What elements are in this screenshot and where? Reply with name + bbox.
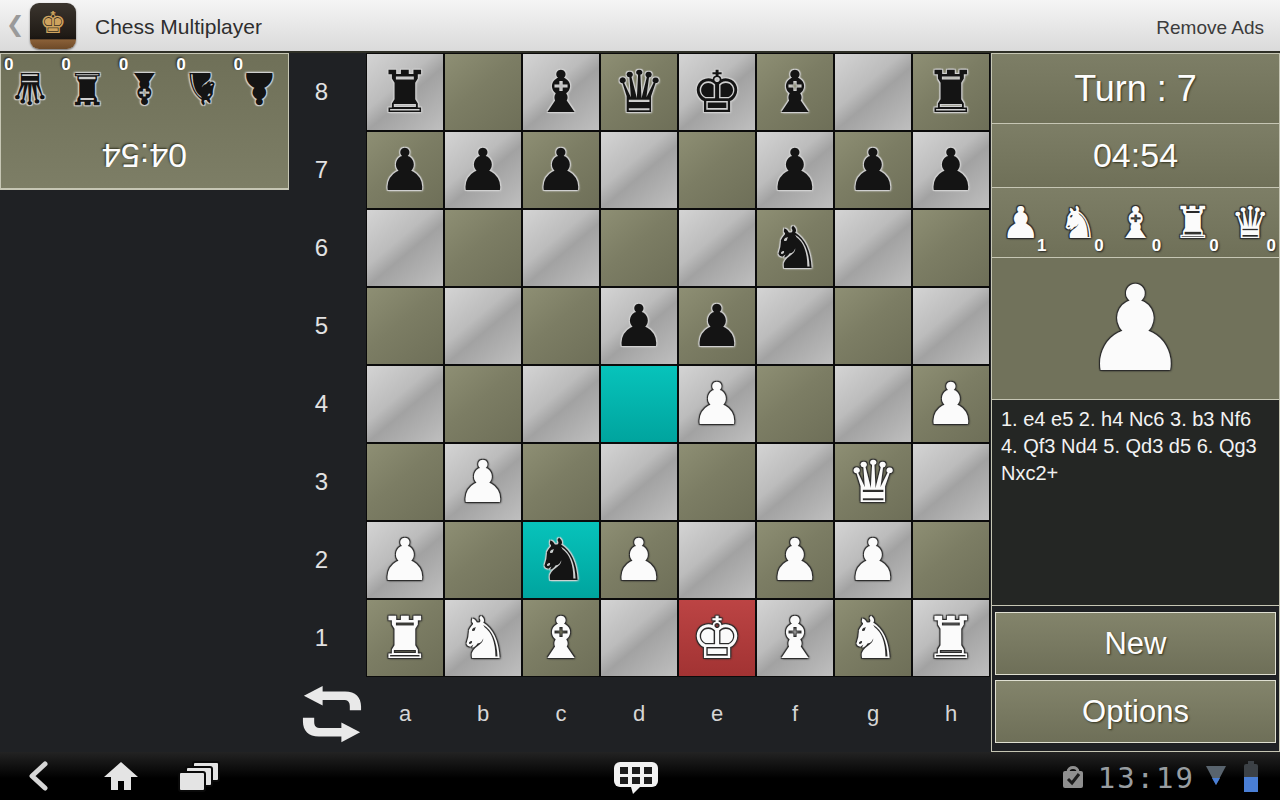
captured-slot-pawn: ♟1 bbox=[992, 188, 1049, 257]
square-d6[interactable] bbox=[601, 210, 677, 286]
piece-white-pawn-f2[interactable]: ♟ bbox=[769, 531, 821, 589]
captured-count: 0 bbox=[119, 53, 128, 73]
captured-queen-icon: ♛ bbox=[1231, 201, 1270, 245]
rank-labels: 87654321 bbox=[290, 53, 340, 677]
square-b3[interactable]: ♟ bbox=[445, 444, 521, 520]
file-label-h: h bbox=[912, 677, 990, 751]
piece-white-pawn-h4[interactable]: ♟ bbox=[925, 375, 977, 433]
piece-black-queen-d8[interactable]: ♛ bbox=[613, 63, 665, 121]
move-list: 1. e4 e5 2. h4 Nc6 3. b3 Nf6 4. Qf3 Nd4 … bbox=[992, 400, 1279, 606]
captured-knight-icon: ♞ bbox=[182, 66, 221, 110]
square-f3[interactable] bbox=[757, 444, 833, 520]
square-b5[interactable] bbox=[445, 288, 521, 364]
player-captured-row: ♟1♞0♝0♜0♛0 bbox=[992, 188, 1279, 257]
app-icon: ♚ bbox=[30, 3, 76, 49]
square-h4[interactable]: ♟ bbox=[913, 366, 989, 442]
square-f1[interactable]: ♝ bbox=[757, 600, 833, 676]
piece-black-pawn-h7[interactable]: ♟ bbox=[925, 141, 977, 199]
square-e3[interactable] bbox=[679, 444, 755, 520]
square-c7[interactable]: ♟ bbox=[523, 132, 599, 208]
nav-back-icon[interactable] bbox=[27, 761, 49, 791]
square-d3[interactable] bbox=[601, 444, 677, 520]
square-h1[interactable]: ♜ bbox=[913, 600, 989, 676]
keyboard-select-icon[interactable] bbox=[613, 761, 659, 795]
square-b2[interactable] bbox=[445, 522, 521, 598]
square-e4[interactable]: ♟ bbox=[679, 366, 755, 442]
piece-black-pawn-g7[interactable]: ♟ bbox=[847, 141, 899, 199]
square-e6[interactable] bbox=[679, 210, 755, 286]
captured-count: 1 bbox=[1037, 236, 1046, 256]
piece-white-pawn-a2[interactable]: ♟ bbox=[379, 531, 431, 589]
rank-label-2: 2 bbox=[290, 521, 340, 599]
piece-white-king-e1[interactable]: ♚ bbox=[691, 609, 743, 667]
app-screen: ❮ ♚ Chess Multiplayer Remove Ads 04:54 ♟… bbox=[0, 0, 1280, 800]
square-f8[interactable]: ♝ bbox=[757, 54, 833, 130]
square-f2[interactable]: ♟ bbox=[757, 522, 833, 598]
square-b6[interactable] bbox=[445, 210, 521, 286]
square-h8[interactable]: ♜ bbox=[913, 54, 989, 130]
captured-queen-icon: ♛ bbox=[10, 66, 49, 110]
piece-black-pawn-e5[interactable]: ♟ bbox=[691, 297, 743, 355]
last-captured-piece: ♟ bbox=[1083, 270, 1189, 388]
captured-slot-knight: ♞0 bbox=[173, 52, 230, 124]
captured-pawn-icon: ♟ bbox=[1001, 201, 1040, 245]
square-e1[interactable]: ♚ bbox=[679, 600, 755, 676]
piece-black-knight-f6[interactable]: ♞ bbox=[769, 219, 821, 277]
rank-label-3: 3 bbox=[290, 443, 340, 521]
piece-white-rook-a1[interactable]: ♜ bbox=[379, 609, 431, 667]
square-f5[interactable] bbox=[757, 288, 833, 364]
opponent-tray: 04:54 ♟0♞0♝0♜0♛0 bbox=[0, 53, 289, 190]
captured-knight-icon: ♞ bbox=[1058, 201, 1097, 245]
square-d7[interactable] bbox=[601, 132, 677, 208]
rank-label-7: 7 bbox=[290, 131, 340, 209]
square-d1[interactable] bbox=[601, 600, 677, 676]
clock: 13:19 bbox=[1098, 761, 1195, 795]
file-labels: abcdefgh bbox=[366, 677, 990, 751]
square-g7[interactable]: ♟ bbox=[835, 132, 911, 208]
square-c8[interactable]: ♝ bbox=[523, 54, 599, 130]
button-area: New Options bbox=[992, 606, 1279, 751]
captured-slot-pawn: ♟0 bbox=[231, 52, 288, 124]
piece-black-pawn-b7[interactable]: ♟ bbox=[457, 141, 509, 199]
square-h7[interactable]: ♟ bbox=[913, 132, 989, 208]
right-panel: Turn : 7 04:54 ♟1♞0♝0♜0♛0 ♟ 1. e4 e5 2. … bbox=[991, 53, 1280, 752]
square-a7[interactable]: ♟ bbox=[367, 132, 443, 208]
captured-count: 0 bbox=[1267, 236, 1276, 256]
piece-black-pawn-d5[interactable]: ♟ bbox=[613, 297, 665, 355]
rank-label-4: 4 bbox=[290, 365, 340, 443]
piece-white-bishop-f1[interactable]: ♝ bbox=[769, 609, 821, 667]
android-nav-bar: 13:19 bbox=[0, 752, 1280, 800]
file-label-a: a bbox=[366, 677, 444, 751]
captured-slot-rook: ♜0 bbox=[58, 52, 115, 124]
square-a8[interactable]: ♜ bbox=[367, 54, 443, 130]
piece-white-queen-g3[interactable]: ♛ bbox=[847, 453, 899, 511]
nav-home-icon[interactable] bbox=[103, 761, 139, 791]
square-h3[interactable] bbox=[913, 444, 989, 520]
square-g5[interactable] bbox=[835, 288, 911, 364]
captured-slot-bishop: ♝0 bbox=[116, 52, 173, 124]
file-label-g: g bbox=[834, 677, 912, 751]
captured-rook-icon: ♜ bbox=[67, 66, 106, 110]
square-h2[interactable] bbox=[913, 522, 989, 598]
turn-indicator: Turn : 7 bbox=[992, 54, 1279, 124]
captured-slot-queen: ♛0 bbox=[1, 52, 58, 124]
rank-label-1: 1 bbox=[290, 599, 340, 677]
square-e2[interactable] bbox=[679, 522, 755, 598]
rank-label-6: 6 bbox=[290, 209, 340, 287]
square-e8[interactable]: ♚ bbox=[679, 54, 755, 130]
captured-count: 0 bbox=[61, 53, 70, 73]
piece-black-pawn-f7[interactable]: ♟ bbox=[769, 141, 821, 199]
square-g2[interactable]: ♟ bbox=[835, 522, 911, 598]
captured-slot-knight: ♞0 bbox=[1049, 188, 1106, 257]
square-a5[interactable] bbox=[367, 288, 443, 364]
rank-label-8: 8 bbox=[290, 53, 340, 131]
captured-slot-bishop: ♝0 bbox=[1107, 188, 1164, 257]
square-c4[interactable] bbox=[523, 366, 599, 442]
captured-count: 0 bbox=[4, 53, 13, 73]
square-f7[interactable]: ♟ bbox=[757, 132, 833, 208]
signal-icon bbox=[1204, 765, 1228, 787]
piece-white-knight-g1[interactable]: ♞ bbox=[847, 609, 899, 667]
captured-pawn-icon: ♟ bbox=[240, 66, 279, 110]
captured-count: 0 bbox=[234, 53, 243, 73]
piece-black-pawn-a7[interactable]: ♟ bbox=[379, 141, 431, 199]
opponent-captured-row: ♟0♞0♝0♜0♛0 bbox=[1, 52, 288, 124]
file-label-f: f bbox=[756, 677, 834, 751]
piece-white-pawn-e4[interactable]: ♟ bbox=[691, 375, 743, 433]
opponent-timer: 04:54 bbox=[1, 124, 288, 189]
player-timer: 04:54 bbox=[992, 124, 1279, 188]
piece-white-bishop-c1[interactable]: ♝ bbox=[535, 609, 587, 667]
swap-arrows-icon bbox=[298, 684, 366, 744]
square-g8[interactable] bbox=[835, 54, 911, 130]
square-h5[interactable] bbox=[913, 288, 989, 364]
square-a6[interactable] bbox=[367, 210, 443, 286]
square-e7[interactable] bbox=[679, 132, 755, 208]
square-c3[interactable] bbox=[523, 444, 599, 520]
captured-count: 0 bbox=[1209, 236, 1218, 256]
piece-black-rook-a8[interactable]: ♜ bbox=[379, 63, 431, 121]
square-e5[interactable]: ♟ bbox=[679, 288, 755, 364]
square-d5[interactable]: ♟ bbox=[601, 288, 677, 364]
square-a3[interactable] bbox=[367, 444, 443, 520]
captured-bishop-icon: ♝ bbox=[1116, 201, 1155, 245]
captured-bishop-icon: ♝ bbox=[125, 66, 164, 110]
crown-icon: ♚ bbox=[40, 8, 67, 38]
square-g3[interactable]: ♛ bbox=[835, 444, 911, 520]
battery-icon bbox=[1240, 760, 1262, 794]
chess-board: ♜♝♛♚♝♜♟♟♟♟♟♟♞♟♟♟♟♟♛♟♞♟♟♟♜♞♝♚♝♞♜ bbox=[366, 53, 990, 677]
captured-count: 0 bbox=[176, 53, 185, 73]
square-g4[interactable] bbox=[835, 366, 911, 442]
square-g1[interactable]: ♞ bbox=[835, 600, 911, 676]
piece-white-pawn-g2[interactable]: ♟ bbox=[847, 531, 899, 589]
square-h6[interactable] bbox=[913, 210, 989, 286]
piece-white-pawn-d2[interactable]: ♟ bbox=[613, 531, 665, 589]
options-button[interactable]: Options bbox=[995, 680, 1276, 743]
square-b8[interactable] bbox=[445, 54, 521, 130]
file-label-b: b bbox=[444, 677, 522, 751]
flip-board-button[interactable] bbox=[298, 684, 366, 744]
square-a4[interactable] bbox=[367, 366, 443, 442]
square-d4[interactable] bbox=[601, 366, 677, 442]
piece-black-king-e8[interactable]: ♚ bbox=[691, 63, 743, 121]
square-c6[interactable] bbox=[523, 210, 599, 286]
piece-white-knight-b1[interactable]: ♞ bbox=[457, 609, 509, 667]
square-b1[interactable]: ♞ bbox=[445, 600, 521, 676]
file-label-d: d bbox=[600, 677, 678, 751]
square-f4[interactable] bbox=[757, 366, 833, 442]
captured-slot-queen: ♛0 bbox=[1222, 188, 1279, 257]
remove-ads-button[interactable]: Remove Ads bbox=[1156, 17, 1264, 39]
file-label-c: c bbox=[522, 677, 600, 751]
square-d8[interactable]: ♛ bbox=[601, 54, 677, 130]
square-c2[interactable]: ♞ bbox=[523, 522, 599, 598]
square-d2[interactable]: ♟ bbox=[601, 522, 677, 598]
square-a2[interactable]: ♟ bbox=[367, 522, 443, 598]
square-c1[interactable]: ♝ bbox=[523, 600, 599, 676]
captured-slot-rook: ♜0 bbox=[1164, 188, 1221, 257]
captured-rook-icon: ♜ bbox=[1173, 201, 1212, 245]
piece-black-bishop-f8[interactable]: ♝ bbox=[769, 63, 821, 121]
square-a1[interactable]: ♜ bbox=[367, 600, 443, 676]
square-f6[interactable]: ♞ bbox=[757, 210, 833, 286]
square-b7[interactable]: ♟ bbox=[445, 132, 521, 208]
square-c5[interactable] bbox=[523, 288, 599, 364]
nav-recents-icon[interactable] bbox=[177, 761, 221, 793]
captured-count: 0 bbox=[1094, 236, 1103, 256]
new-game-button[interactable]: New bbox=[995, 612, 1276, 675]
rank-label-5: 5 bbox=[290, 287, 340, 365]
piece-black-rook-h8[interactable]: ♜ bbox=[925, 63, 977, 121]
piece-white-rook-h1[interactable]: ♜ bbox=[925, 609, 977, 667]
back-chevron-icon[interactable]: ❮ bbox=[6, 12, 24, 38]
last-captured-display: ♟ bbox=[992, 258, 1279, 400]
piece-white-pawn-b3[interactable]: ♟ bbox=[457, 453, 509, 511]
piece-black-pawn-c7[interactable]: ♟ bbox=[535, 141, 587, 199]
piece-black-bishop-c8[interactable]: ♝ bbox=[535, 63, 587, 121]
player-captured-section: ♟1♞0♝0♜0♛0 bbox=[992, 188, 1279, 258]
piece-black-knight-c2[interactable]: ♞ bbox=[535, 531, 587, 589]
file-label-e: e bbox=[678, 677, 756, 751]
download-status-icon bbox=[1061, 764, 1085, 790]
captured-count: 0 bbox=[1152, 236, 1161, 256]
square-b4[interactable] bbox=[445, 366, 521, 442]
app-title: Chess Multiplayer bbox=[95, 15, 262, 39]
top-bar: ❮ ♚ Chess Multiplayer Remove Ads bbox=[0, 0, 1280, 53]
square-g6[interactable] bbox=[835, 210, 911, 286]
